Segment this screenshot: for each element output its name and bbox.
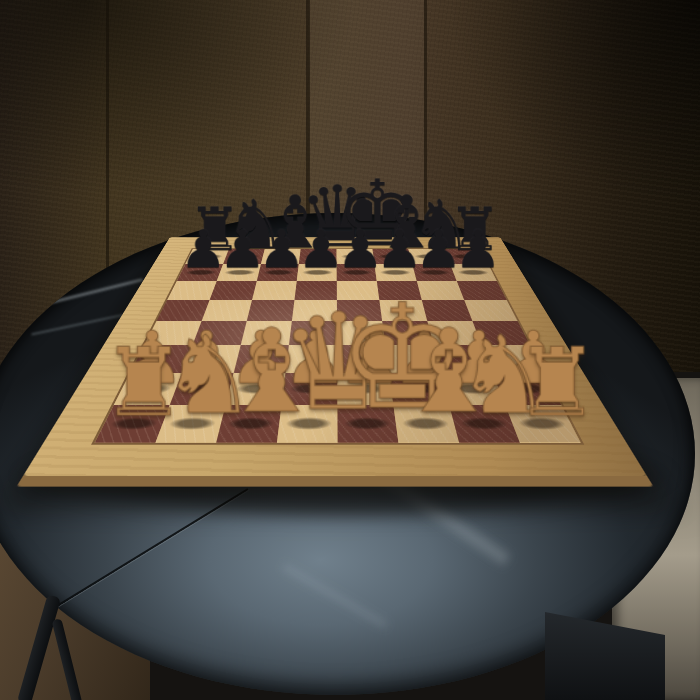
square-c1[interactable]: ♝ (216, 405, 281, 443)
black-pawn[interactable]: ♟ (219, 223, 258, 275)
square-a7[interactable]: ♟ (177, 264, 223, 281)
white-rook[interactable]: ♜ (515, 335, 574, 429)
square-b1[interactable]: ♞ (155, 405, 225, 443)
square-b7[interactable]: ♟ (217, 264, 261, 281)
black-pawn[interactable]: ♟ (376, 223, 415, 275)
black-pawn[interactable]: ♟ (258, 223, 297, 275)
white-knight[interactable]: ♞ (161, 322, 220, 429)
white-bishop[interactable]: ♝ (220, 314, 279, 429)
white-rook[interactable]: ♜ (102, 335, 161, 429)
wall-seam (106, 0, 109, 268)
black-pawn[interactable]: ♟ (337, 223, 376, 275)
square-e1[interactable]: ♚ (337, 405, 398, 443)
photo-scene: ♜♞♝♛♚♝♞♜♟♟♟♟♟♟♟♟♟♟♟♟♟♟♟♟♜♞♝♛♚♝♞♜ (0, 0, 700, 700)
black-pawn[interactable]: ♟ (454, 223, 493, 275)
black-pawn[interactable]: ♟ (415, 223, 454, 275)
white-bishop[interactable]: ♝ (397, 314, 456, 429)
white-knight[interactable]: ♞ (456, 322, 515, 429)
square-d1[interactable]: ♛ (277, 405, 338, 443)
board-grid: ♜♞♝♛♚♝♞♜♟♟♟♟♟♟♟♟♟♟♟♟♟♟♟♟♜♞♝♛♚♝♞♜ (91, 248, 584, 444)
square-g1[interactable]: ♞ (449, 405, 520, 443)
square-b6[interactable] (210, 281, 257, 300)
black-pawn[interactable]: ♟ (180, 223, 219, 275)
black-pawn[interactable]: ♟ (298, 223, 337, 275)
marble-vein (282, 563, 389, 628)
square-c7[interactable]: ♟ (257, 264, 299, 281)
square-f1[interactable]: ♝ (393, 405, 459, 443)
square-d7[interactable]: ♟ (297, 264, 337, 281)
white-king[interactable]: ♚ (338, 285, 397, 429)
white-queen[interactable]: ♛ (279, 295, 338, 429)
